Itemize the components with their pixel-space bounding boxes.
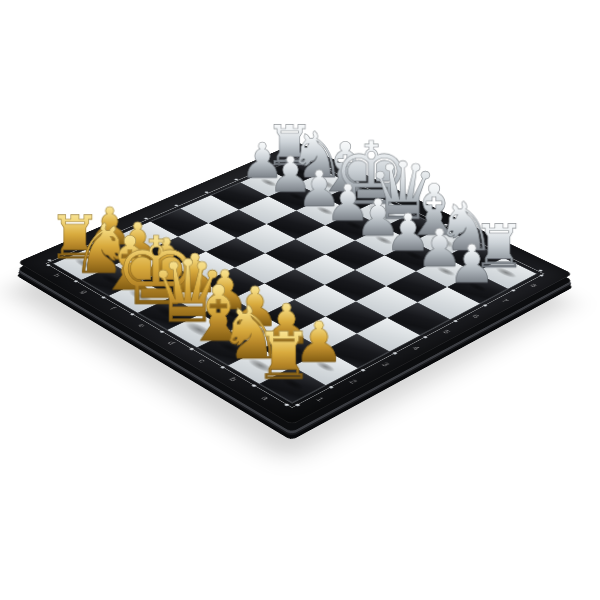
chess-board: hgfedcba87654321♜♞♝♛♚♝♞♜♟♟♟♟♟♟♟♟♟♟♟♟♟♟♟♟… <box>17 142 573 425</box>
rivet-dot <box>284 403 290 406</box>
product-photo-stage: hgfedcba87654321♜♞♝♛♚♝♞♜♟♟♟♟♟♟♟♟♟♟♟♟♟♟♟♟… <box>0 0 600 600</box>
rank-label-5: 5 <box>441 329 451 334</box>
rivet-dot <box>482 304 488 307</box>
rank-label-7: 7 <box>500 298 510 303</box>
rank-label-3: 3 <box>379 362 390 368</box>
rank-label-8: 8 <box>528 283 538 288</box>
gold-rook-glyph: ♜ <box>229 323 338 389</box>
silver-pawn-glyph: ♟ <box>421 238 522 291</box>
rank-label-1: 1 <box>314 396 325 402</box>
rivet-dot <box>392 352 398 355</box>
rivet-dot <box>174 204 179 207</box>
rivet-dot <box>204 191 209 194</box>
rank-label-2: 2 <box>347 379 358 385</box>
rank-label-4: 4 <box>411 345 421 351</box>
rivet-dot <box>294 403 300 406</box>
rivet-dot <box>423 336 429 339</box>
rank-label-6: 6 <box>471 314 481 319</box>
rivet-dot <box>453 320 459 323</box>
file-label-a: a <box>259 395 270 401</box>
